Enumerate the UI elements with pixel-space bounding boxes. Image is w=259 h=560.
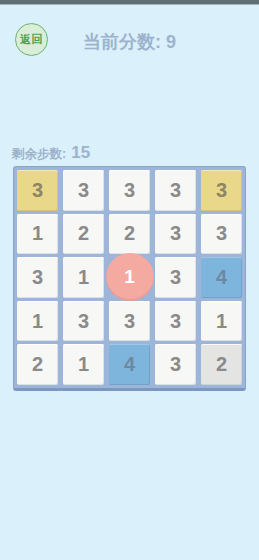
- tile-r2c2[interactable]: 2: [63, 214, 104, 255]
- tile-r4c3[interactable]: 3: [109, 301, 150, 342]
- steps-value: 15: [71, 143, 90, 163]
- tile-r4c2[interactable]: 3: [63, 301, 104, 342]
- tile-r3c2[interactable]: 1: [63, 257, 104, 298]
- score-label: 当前分数:: [83, 32, 161, 52]
- tile-r1c3[interactable]: 3: [109, 170, 150, 211]
- status-bar: [0, 0, 259, 5]
- selected-tile-circle: 1: [106, 253, 154, 301]
- board: 3333312233311341333121432: [17, 170, 242, 385]
- tile-r4c5[interactable]: 1: [201, 301, 242, 342]
- tile-r3c5[interactable]: 4: [201, 257, 242, 298]
- tile-r4c4[interactable]: 3: [155, 301, 196, 342]
- tile-r5c5[interactable]: 2: [201, 344, 242, 385]
- tile-r2c3[interactable]: 2: [109, 214, 150, 255]
- steps-label: 剩余步数:: [12, 146, 66, 163]
- tile-r1c1[interactable]: 3: [17, 170, 58, 211]
- tile-r2c1[interactable]: 1: [17, 214, 58, 255]
- tile-r3c1[interactable]: 3: [17, 257, 58, 298]
- tile-r2c5[interactable]: 3: [201, 214, 242, 255]
- tile-r3c3[interactable]: 1: [109, 257, 150, 298]
- tile-r2c4[interactable]: 3: [155, 214, 196, 255]
- board-frame: 3333312233311341333121432: [13, 166, 246, 391]
- steps-display: 剩余步数: 15: [12, 143, 90, 163]
- score-value: 9: [166, 32, 176, 52]
- tile-r3c4[interactable]: 3: [155, 257, 196, 298]
- tile-r1c4[interactable]: 3: [155, 170, 196, 211]
- tile-r1c2[interactable]: 3: [63, 170, 104, 211]
- tile-r4c1[interactable]: 1: [17, 301, 58, 342]
- game-screen: 返回 当前分数: 9 剩余步数: 15 33333122333113413331…: [0, 0, 259, 560]
- tile-r1c5[interactable]: 3: [201, 170, 242, 211]
- tile-r5c3[interactable]: 4: [109, 344, 150, 385]
- tile-r5c1[interactable]: 2: [17, 344, 58, 385]
- tile-r5c4[interactable]: 3: [155, 344, 196, 385]
- tile-r5c2[interactable]: 1: [63, 344, 104, 385]
- score-display: 当前分数: 9: [0, 30, 259, 54]
